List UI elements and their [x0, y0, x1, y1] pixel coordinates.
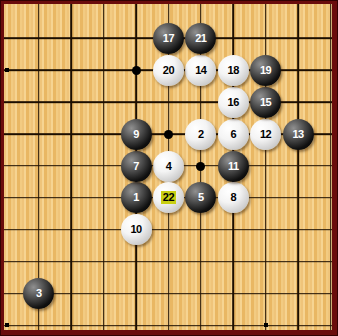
stone-white-move-16[interactable]: 16	[218, 87, 249, 118]
edge-hoshi-mark	[5, 323, 9, 327]
move-number: 3	[36, 287, 42, 300]
stone-black-move-17[interactable]: 17	[153, 23, 184, 54]
stone-black-move-9[interactable]: 9	[121, 119, 152, 150]
hoshi-dot	[164, 130, 173, 139]
stone-black-move-19[interactable]: 19	[250, 55, 281, 86]
go-board[interactable]: 12345678910111213141516171819202122	[4, 4, 332, 330]
move-number: 13	[292, 128, 303, 141]
stone-black-move-11[interactable]: 11	[218, 151, 249, 182]
stone-white-move-6[interactable]: 6	[218, 119, 249, 150]
move-number: 1	[133, 191, 139, 204]
edge-hoshi-mark	[5, 68, 9, 72]
board-grid: 12345678910111213141516171819202122	[0, 0, 338, 336]
stone-white-move-10[interactable]: 10	[121, 214, 152, 245]
move-number: 2	[198, 128, 204, 141]
stone-black-move-7[interactable]: 7	[121, 151, 152, 182]
stone-white-move-22[interactable]: 22	[153, 182, 184, 213]
stone-black-move-21[interactable]: 21	[185, 23, 216, 54]
move-number: 4	[166, 160, 172, 173]
move-number: 14	[195, 64, 206, 77]
stone-white-move-14[interactable]: 14	[185, 55, 216, 86]
move-number: 16	[228, 96, 239, 109]
stone-black-move-15[interactable]: 15	[250, 87, 281, 118]
stone-black-move-5[interactable]: 5	[185, 182, 216, 213]
stone-white-move-2[interactable]: 2	[185, 119, 216, 150]
move-number: 19	[260, 64, 271, 77]
stone-white-move-12[interactable]: 12	[250, 119, 281, 150]
hoshi-dot	[132, 66, 141, 75]
move-number: 21	[195, 32, 206, 45]
move-number: 12	[260, 128, 271, 141]
move-number: 11	[228, 160, 239, 173]
stone-black-move-1[interactable]: 1	[121, 182, 152, 213]
hoshi-dot	[196, 162, 205, 171]
stone-white-move-8[interactable]: 8	[218, 182, 249, 213]
move-number: 6	[230, 128, 236, 141]
move-number: 5	[198, 191, 204, 204]
stone-white-move-20[interactable]: 20	[153, 55, 184, 86]
move-number: 9	[133, 128, 139, 141]
edge-hoshi-mark	[264, 323, 268, 327]
stone-black-move-3[interactable]: 3	[23, 278, 54, 309]
move-number: 17	[163, 32, 174, 45]
move-number: 7	[133, 160, 139, 173]
move-number: 18	[228, 64, 239, 77]
stone-black-move-13[interactable]: 13	[283, 119, 314, 150]
move-number: 20	[163, 64, 174, 77]
move-number: 8	[230, 191, 236, 204]
move-number: 22	[161, 191, 176, 204]
stone-white-move-4[interactable]: 4	[153, 151, 184, 182]
stone-white-move-18[interactable]: 18	[218, 55, 249, 86]
go-diagram-frame: 12345678910111213141516171819202122	[0, 0, 338, 336]
move-number: 10	[130, 223, 141, 236]
move-number: 15	[260, 96, 271, 109]
